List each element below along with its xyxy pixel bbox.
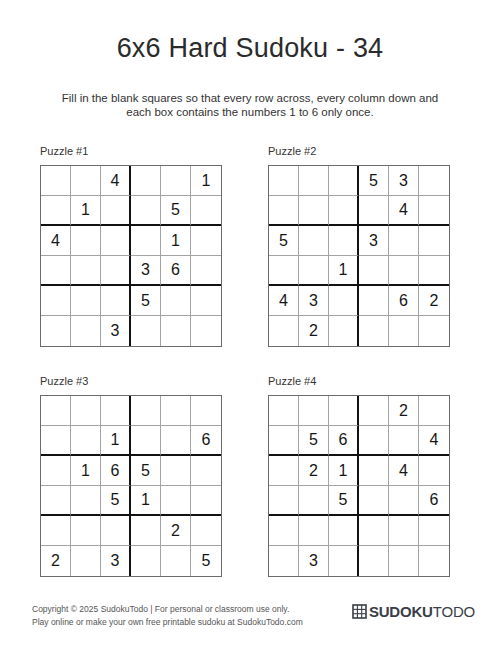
sudoku-cell-r2c3: 1 (101, 426, 131, 456)
page-title: 6x6 Hard Sudoku - 34 (0, 33, 500, 64)
sudoku-grid-icon (352, 604, 367, 619)
sudoku-cell-r5c3 (101, 516, 131, 546)
sudoku-cell-r3c4: 5 (131, 456, 161, 486)
sudoku-cell-r6c5 (161, 546, 191, 576)
sudoku-cell-r4c1 (269, 256, 299, 286)
sudoku-cell-r4c6 (419, 256, 449, 286)
sudoku-cell-r1c2 (299, 166, 329, 196)
logo-wordmark: SUDOKUTODO (369, 603, 475, 620)
sudoku-cell-r6c4 (131, 316, 161, 346)
sudoku-cell-r4c5 (389, 486, 419, 516)
sudoku-cell-r2c2: 5 (299, 426, 329, 456)
sudoku-cell-r6c4 (131, 546, 161, 576)
sudoku-cell-r1c6 (419, 396, 449, 426)
sudoku-cell-r4c6: 6 (419, 486, 449, 516)
sudoku-cell-r3c1: 4 (41, 226, 71, 256)
sudoku-cell-r5c2: 3 (299, 286, 329, 316)
sudoku-cell-r5c5: 2 (161, 516, 191, 546)
sudoku-cell-r5c4 (359, 516, 389, 546)
sudoku-cell-r2c1 (269, 426, 299, 456)
sudoku-cell-r4c5 (389, 256, 419, 286)
sudoku-cell-r6c2: 2 (299, 316, 329, 346)
sudoku-cell-r5c3 (329, 516, 359, 546)
sudoku-cell-r2c3: 6 (329, 426, 359, 456)
sudoku-cell-r5c4 (131, 516, 161, 546)
sudoku-cell-r1c6 (419, 166, 449, 196)
sudoku-cell-r4c4: 1 (131, 486, 161, 516)
sudoku-cell-r2c3 (101, 196, 131, 226)
sudoku-cell-r6c1 (41, 316, 71, 346)
sudoku-cell-r4c4 (359, 256, 389, 286)
sudoku-grid-4: 2564214563 (268, 395, 450, 577)
sudoku-cell-r6c6 (191, 316, 221, 346)
sudoku-cell-r6c2 (71, 546, 101, 576)
sudoku-cell-r3c4 (359, 456, 389, 486)
sudoku-cell-r1c4: 5 (359, 166, 389, 196)
sudoku-cell-r3c3 (101, 226, 131, 256)
sudoku-cell-r3c3: 1 (329, 456, 359, 486)
sudoku-cell-r3c3 (329, 226, 359, 256)
sudoku-cell-r2c2: 1 (71, 196, 101, 226)
sudoku-cell-r2c4 (359, 426, 389, 456)
sudoku-cell-r3c2 (71, 226, 101, 256)
worksheet-page: 6x6 Hard Sudoku - 34 Fill in the blank s… (0, 0, 500, 647)
sudoku-cell-r4c3: 5 (329, 486, 359, 516)
sudoku-cell-r1c3 (101, 396, 131, 426)
sudoku-cell-r3c6 (191, 456, 221, 486)
sudoku-cell-r5c3 (101, 286, 131, 316)
sudoku-cell-r6c2: 3 (299, 546, 329, 576)
sudoku-cell-r4c3: 5 (101, 486, 131, 516)
sudoku-cell-r1c1 (269, 166, 299, 196)
sudoku-cell-r1c6: 1 (191, 166, 221, 196)
sudoku-cell-r1c4 (131, 166, 161, 196)
sudoku-cell-r4c1 (41, 486, 71, 516)
sudoku-cell-r4c3: 1 (329, 256, 359, 286)
sudoku-cell-r5c1 (41, 286, 71, 316)
sudoku-cell-r6c4 (359, 316, 389, 346)
sudoku-cell-r6c2 (71, 316, 101, 346)
sudoku-cell-r3c6 (419, 226, 449, 256)
sudoku-cell-r2c6 (419, 196, 449, 226)
sudoku-cell-r6c3: 3 (101, 546, 131, 576)
sudoku-cell-r6c3: 3 (101, 316, 131, 346)
instructions-text: Fill in the blank squares so that every … (50, 91, 450, 119)
sudoku-cell-r3c5 (389, 226, 419, 256)
sudoku-cell-r3c2: 1 (71, 456, 101, 486)
sudoku-cell-r6c1: 2 (41, 546, 71, 576)
sudoku-cell-r1c6 (191, 396, 221, 426)
sudoku-cell-r6c1 (269, 316, 299, 346)
sudoku-cell-r1c2 (299, 396, 329, 426)
sudoku-cell-r2c4 (131, 426, 161, 456)
sudoku-cell-r2c6: 4 (419, 426, 449, 456)
sudoku-cell-r3c4 (131, 226, 161, 256)
sudoku-cell-r4c4: 3 (131, 256, 161, 286)
sudoku-cell-r6c3 (329, 546, 359, 576)
sudoku-cell-r1c1 (41, 396, 71, 426)
puzzle-4-label: Puzzle #4 (268, 375, 316, 387)
sudoku-grid-1: 4115413653 (40, 165, 222, 347)
sudoku-cell-r1c2 (71, 396, 101, 426)
sudoku-cell-r1c5: 2 (389, 396, 419, 426)
sudoku-cell-r5c1 (269, 516, 299, 546)
sudoku-cell-r1c5 (161, 396, 191, 426)
sudoku-cell-r2c4 (359, 196, 389, 226)
sudoku-cell-r5c4: 5 (131, 286, 161, 316)
logo-text-light: TODO (433, 603, 475, 620)
sudoku-cell-r5c6 (191, 286, 221, 316)
sudoku-cell-r3c1 (41, 456, 71, 486)
puzzle-3-label: Puzzle #3 (40, 375, 88, 387)
sudoku-cell-r2c6 (191, 196, 221, 226)
sudoku-cell-r6c6: 5 (191, 546, 221, 576)
sudoku-cell-r4c6 (191, 486, 221, 516)
logo-text-bold: SUDOKU (369, 603, 433, 620)
sudoku-cell-r6c1 (269, 546, 299, 576)
sudoku-cell-r4c1 (41, 256, 71, 286)
sudoku-cell-r2c4 (131, 196, 161, 226)
sudoku-cell-r6c6 (419, 546, 449, 576)
sudoku-cell-r6c5 (389, 316, 419, 346)
sudoku-cell-r2c5: 5 (161, 196, 191, 226)
sudoku-cell-r4c6 (191, 256, 221, 286)
sudoku-cell-r3c3: 6 (101, 456, 131, 486)
sudoku-cell-r5c6 (191, 516, 221, 546)
sudoku-cell-r1c4 (131, 396, 161, 426)
puzzle-2-label: Puzzle #2 (268, 145, 316, 157)
sudoku-cell-r5c5 (389, 516, 419, 546)
sudoku-cell-r5c6: 2 (419, 286, 449, 316)
puzzle-1-label: Puzzle #1 (40, 145, 88, 157)
sudoku-cell-r1c4 (359, 396, 389, 426)
sudoku-grid-3: 16165512235 (40, 395, 222, 577)
sudoku-cell-r1c5 (161, 166, 191, 196)
sudoku-cell-r6c3 (329, 316, 359, 346)
sudoku-cell-r5c2 (71, 286, 101, 316)
sudoku-cell-r5c3 (329, 286, 359, 316)
sudoku-cell-r4c3 (101, 256, 131, 286)
copyright-line-1: Copyright © 2025 SudokuTodo | For person… (32, 603, 303, 616)
sudoku-cell-r6c5 (161, 316, 191, 346)
sudoku-cell-r5c4 (359, 286, 389, 316)
sudoku-cell-r2c5 (389, 426, 419, 456)
sudoku-cell-r1c3 (329, 166, 359, 196)
sudoku-cell-r3c2: 2 (299, 456, 329, 486)
sudoku-cell-r4c2 (299, 486, 329, 516)
sudoku-cell-r2c5 (161, 426, 191, 456)
sudoku-cell-r5c6 (419, 516, 449, 546)
sudoku-cell-r3c1: 5 (269, 226, 299, 256)
sudoku-cell-r4c5: 6 (161, 256, 191, 286)
sudoku-cell-r3c5 (161, 456, 191, 486)
sudoku-cell-r4c5 (161, 486, 191, 516)
sudoku-cell-r1c5: 3 (389, 166, 419, 196)
sudoku-cell-r3c5: 4 (389, 456, 419, 486)
sudoku-cell-r1c2 (71, 166, 101, 196)
sudoku-cell-r2c2 (299, 196, 329, 226)
sudoku-cell-r1c1 (41, 166, 71, 196)
sudoku-cell-r5c2 (299, 516, 329, 546)
sudoku-grid-2: 53453143622 (268, 165, 450, 347)
sudoku-cell-r2c1 (269, 196, 299, 226)
sudoku-cell-r6c4 (359, 546, 389, 576)
sudoku-cell-r5c5: 6 (389, 286, 419, 316)
sudoku-cell-r1c1 (269, 396, 299, 426)
sudoku-cell-r4c1 (269, 486, 299, 516)
sudoku-cell-r2c1 (41, 426, 71, 456)
sudoku-cell-r5c2 (71, 516, 101, 546)
sudoku-cell-r3c4: 3 (359, 226, 389, 256)
sudoku-cell-r4c4 (359, 486, 389, 516)
sudoku-cell-r1c3 (329, 396, 359, 426)
sudoku-cell-r2c5: 4 (389, 196, 419, 226)
sudoku-cell-r6c6 (419, 316, 449, 346)
sudoku-cell-r4c2 (71, 256, 101, 286)
sudoku-cell-r3c6 (419, 456, 449, 486)
sudoku-cell-r2c3 (329, 196, 359, 226)
sudoku-cell-r4c2 (71, 486, 101, 516)
sudoku-cell-r3c5: 1 (161, 226, 191, 256)
sudoku-cell-r3c1 (269, 456, 299, 486)
copyright-line-2: Play online or make your own free printa… (32, 616, 303, 629)
sudoku-cell-r3c2 (299, 226, 329, 256)
sudoku-cell-r2c2 (71, 426, 101, 456)
sudoku-cell-r3c6 (191, 226, 221, 256)
sudoku-cell-r4c2 (299, 256, 329, 286)
sudoku-cell-r6c5 (389, 546, 419, 576)
sudokutodo-logo: SUDOKUTODO (352, 602, 475, 620)
copyright-text: Copyright © 2025 SudokuTodo | For person… (32, 603, 303, 628)
sudoku-cell-r5c1 (41, 516, 71, 546)
sudoku-cell-r1c3: 4 (101, 166, 131, 196)
sudoku-cell-r2c1 (41, 196, 71, 226)
sudoku-cell-r5c5 (161, 286, 191, 316)
sudoku-cell-r2c6: 6 (191, 426, 221, 456)
sudoku-cell-r5c1: 4 (269, 286, 299, 316)
